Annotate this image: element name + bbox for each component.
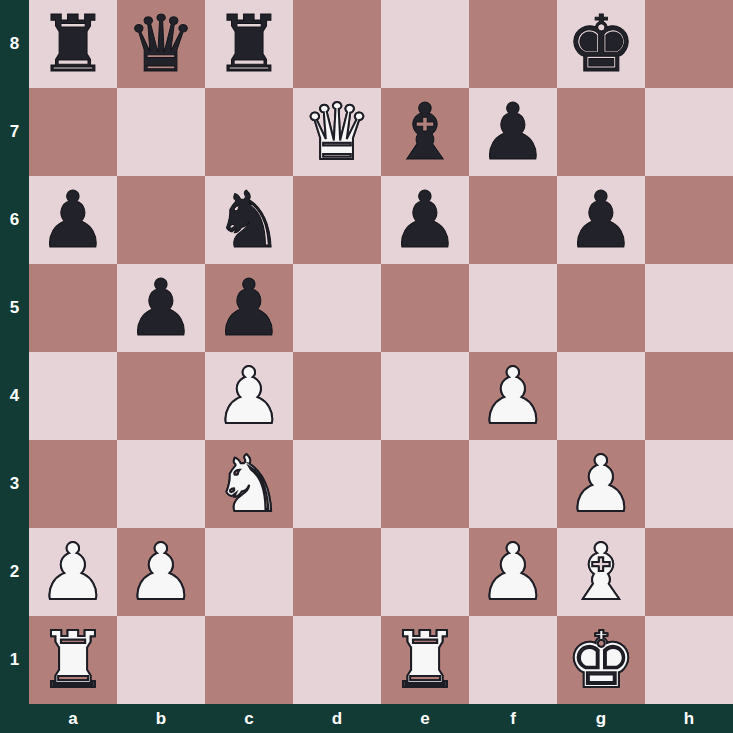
black-pawn[interactable]: ♟ <box>38 176 108 264</box>
black-rook[interactable]: ♜ <box>38 0 108 88</box>
rank-label-4: 4 <box>0 352 29 440</box>
chess-board-frame: 87654321 ♜♛♜♚♛♝♟♟♞♟♟♟♟♟♟♞♟♟♟♟♝♜♜♚ abcdef… <box>0 0 733 733</box>
rank-label-6: 6 <box>0 176 29 264</box>
file-label-g: g <box>557 704 645 733</box>
white-queen[interactable]: ♛ <box>302 88 372 176</box>
square-g6[interactable]: ♟ <box>557 176 645 264</box>
square-e6[interactable]: ♟ <box>381 176 469 264</box>
black-queen[interactable]: ♛ <box>126 0 196 88</box>
square-h2[interactable] <box>645 528 733 616</box>
file-label-a: a <box>29 704 117 733</box>
white-king[interactable]: ♚ <box>566 616 636 704</box>
square-c2[interactable] <box>205 528 293 616</box>
square-g3[interactable]: ♟ <box>557 440 645 528</box>
white-rook[interactable]: ♜ <box>390 616 460 704</box>
rank-labels: 87654321 <box>0 0 29 704</box>
white-rook[interactable]: ♜ <box>38 616 108 704</box>
square-a6[interactable]: ♟ <box>29 176 117 264</box>
square-a1[interactable]: ♜ <box>29 616 117 704</box>
square-g8[interactable]: ♚ <box>557 0 645 88</box>
square-e5[interactable] <box>381 264 469 352</box>
black-king[interactable]: ♚ <box>566 0 636 88</box>
square-c6[interactable]: ♞ <box>205 176 293 264</box>
rank-label-8: 8 <box>0 0 29 88</box>
square-f8[interactable] <box>469 0 557 88</box>
square-d5[interactable] <box>293 264 381 352</box>
white-pawn[interactable]: ♟ <box>214 352 284 440</box>
file-labels: abcdefgh <box>29 704 733 733</box>
square-a2[interactable]: ♟ <box>29 528 117 616</box>
square-e7[interactable]: ♝ <box>381 88 469 176</box>
square-a7[interactable] <box>29 88 117 176</box>
white-pawn[interactable]: ♟ <box>566 440 636 528</box>
white-pawn[interactable]: ♟ <box>126 528 196 616</box>
square-d4[interactable] <box>293 352 381 440</box>
square-e4[interactable] <box>381 352 469 440</box>
white-pawn[interactable]: ♟ <box>478 528 548 616</box>
rank-label-1: 1 <box>0 616 29 704</box>
black-pawn[interactable]: ♟ <box>214 264 284 352</box>
square-a3[interactable] <box>29 440 117 528</box>
square-f4[interactable]: ♟ <box>469 352 557 440</box>
square-h1[interactable] <box>645 616 733 704</box>
square-f6[interactable] <box>469 176 557 264</box>
square-b3[interactable] <box>117 440 205 528</box>
square-h3[interactable] <box>645 440 733 528</box>
board: ♜♛♜♚♛♝♟♟♞♟♟♟♟♟♟♞♟♟♟♟♝♜♜♚ <box>29 0 733 704</box>
square-d1[interactable] <box>293 616 381 704</box>
square-f3[interactable] <box>469 440 557 528</box>
rank-label-7: 7 <box>0 88 29 176</box>
square-e1[interactable]: ♜ <box>381 616 469 704</box>
square-f2[interactable]: ♟ <box>469 528 557 616</box>
square-g7[interactable] <box>557 88 645 176</box>
square-f1[interactable] <box>469 616 557 704</box>
white-knight[interactable]: ♞ <box>214 440 284 528</box>
square-b8[interactable]: ♛ <box>117 0 205 88</box>
file-label-h: h <box>645 704 733 733</box>
file-label-e: e <box>381 704 469 733</box>
black-pawn[interactable]: ♟ <box>390 176 460 264</box>
square-d6[interactable] <box>293 176 381 264</box>
square-e3[interactable] <box>381 440 469 528</box>
white-pawn[interactable]: ♟ <box>478 352 548 440</box>
black-bishop[interactable]: ♝ <box>390 88 460 176</box>
black-pawn[interactable]: ♟ <box>566 176 636 264</box>
square-b5[interactable]: ♟ <box>117 264 205 352</box>
square-a5[interactable] <box>29 264 117 352</box>
square-g4[interactable] <box>557 352 645 440</box>
square-e8[interactable] <box>381 0 469 88</box>
square-f5[interactable] <box>469 264 557 352</box>
square-b7[interactable] <box>117 88 205 176</box>
white-bishop[interactable]: ♝ <box>566 528 636 616</box>
square-a4[interactable] <box>29 352 117 440</box>
square-b1[interactable] <box>117 616 205 704</box>
file-label-b: b <box>117 704 205 733</box>
file-label-f: f <box>469 704 557 733</box>
black-rook[interactable]: ♜ <box>214 0 284 88</box>
square-g2[interactable]: ♝ <box>557 528 645 616</box>
rank-label-5: 5 <box>0 264 29 352</box>
square-d8[interactable] <box>293 0 381 88</box>
square-c7[interactable] <box>205 88 293 176</box>
black-knight[interactable]: ♞ <box>214 176 284 264</box>
square-g5[interactable] <box>557 264 645 352</box>
square-d7[interactable]: ♛ <box>293 88 381 176</box>
square-d3[interactable] <box>293 440 381 528</box>
square-f7[interactable]: ♟ <box>469 88 557 176</box>
square-c5[interactable]: ♟ <box>205 264 293 352</box>
square-c3[interactable]: ♞ <box>205 440 293 528</box>
rank-label-3: 3 <box>0 440 29 528</box>
file-label-c: c <box>205 704 293 733</box>
square-a8[interactable]: ♜ <box>29 0 117 88</box>
square-e2[interactable] <box>381 528 469 616</box>
file-label-d: d <box>293 704 381 733</box>
square-c8[interactable]: ♜ <box>205 0 293 88</box>
square-b2[interactable]: ♟ <box>117 528 205 616</box>
black-pawn[interactable]: ♟ <box>126 264 196 352</box>
square-h6[interactable] <box>645 176 733 264</box>
square-b4[interactable] <box>117 352 205 440</box>
white-pawn[interactable]: ♟ <box>38 528 108 616</box>
black-pawn[interactable]: ♟ <box>478 88 548 176</box>
square-h7[interactable] <box>645 88 733 176</box>
square-h5[interactable] <box>645 264 733 352</box>
square-c1[interactable] <box>205 616 293 704</box>
square-h4[interactable] <box>645 352 733 440</box>
square-g1[interactable]: ♚ <box>557 616 645 704</box>
square-h8[interactable] <box>645 0 733 88</box>
rank-label-2: 2 <box>0 528 29 616</box>
square-c4[interactable]: ♟ <box>205 352 293 440</box>
square-d2[interactable] <box>293 528 381 616</box>
square-b6[interactable] <box>117 176 205 264</box>
